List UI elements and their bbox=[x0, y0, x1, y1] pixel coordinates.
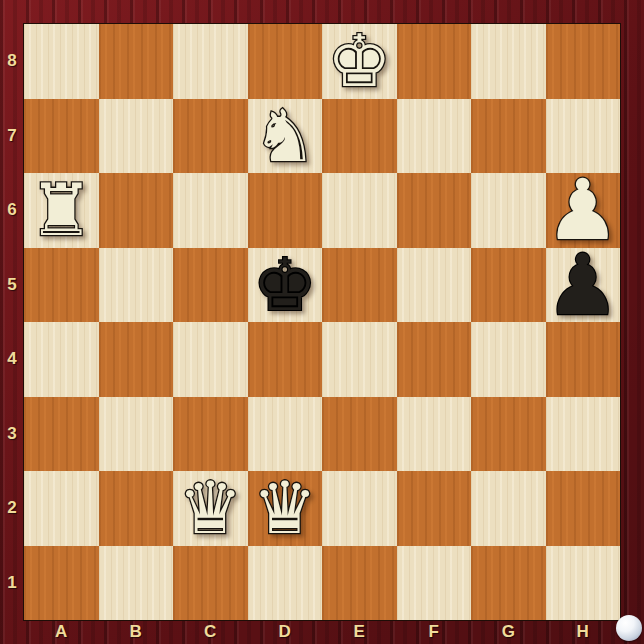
square-f7[interactable] bbox=[397, 99, 472, 174]
chess-board: ♚♞♜♟♚♟♛♛ bbox=[24, 24, 620, 620]
square-a6[interactable]: ♜ bbox=[24, 173, 99, 248]
square-g1[interactable] bbox=[471, 546, 546, 621]
square-h3[interactable] bbox=[546, 397, 621, 472]
square-b8[interactable] bbox=[99, 24, 174, 99]
piece-white-queen[interactable]: ♛ bbox=[178, 471, 243, 545]
board-frame: ♚♞♜♟♚♟♛♛ 87654321ABCDEFGH bbox=[0, 0, 644, 644]
square-d6[interactable] bbox=[248, 173, 323, 248]
square-a5[interactable] bbox=[24, 248, 99, 323]
file-label-g: G bbox=[471, 620, 546, 644]
square-h8[interactable] bbox=[546, 24, 621, 99]
square-b6[interactable] bbox=[99, 173, 174, 248]
file-label-c: C bbox=[173, 620, 248, 644]
square-c1[interactable] bbox=[173, 546, 248, 621]
square-g5[interactable] bbox=[471, 248, 546, 323]
square-b1[interactable] bbox=[99, 546, 174, 621]
file-label-d: D bbox=[248, 620, 323, 644]
piece-white-rook[interactable]: ♜ bbox=[29, 173, 94, 247]
square-h2[interactable] bbox=[546, 471, 621, 546]
rank-label-4: 4 bbox=[0, 322, 24, 397]
file-label-e: E bbox=[322, 620, 397, 644]
square-a4[interactable] bbox=[24, 322, 99, 397]
square-f8[interactable] bbox=[397, 24, 472, 99]
square-a3[interactable] bbox=[24, 397, 99, 472]
square-g8[interactable] bbox=[471, 24, 546, 99]
square-a1[interactable] bbox=[24, 546, 99, 621]
rank-label-5: 5 bbox=[0, 248, 24, 323]
rank-label-7: 7 bbox=[0, 99, 24, 174]
square-d4[interactable] bbox=[248, 322, 323, 397]
square-b5[interactable] bbox=[99, 248, 174, 323]
piece-white-queen[interactable]: ♛ bbox=[252, 471, 317, 545]
piece-white-knight[interactable]: ♞ bbox=[252, 99, 317, 173]
piece-black-pawn[interactable]: ♟ bbox=[545, 248, 620, 322]
square-b4[interactable] bbox=[99, 322, 174, 397]
square-f5[interactable] bbox=[397, 248, 472, 323]
square-g2[interactable] bbox=[471, 471, 546, 546]
rank-label-3: 3 bbox=[0, 397, 24, 472]
rank-label-2: 2 bbox=[0, 471, 24, 546]
square-f3[interactable] bbox=[397, 397, 472, 472]
square-g4[interactable] bbox=[471, 322, 546, 397]
square-d3[interactable] bbox=[248, 397, 323, 472]
square-g6[interactable] bbox=[471, 173, 546, 248]
square-e3[interactable] bbox=[322, 397, 397, 472]
square-b2[interactable] bbox=[99, 471, 174, 546]
square-g7[interactable] bbox=[471, 99, 546, 174]
square-f2[interactable] bbox=[397, 471, 472, 546]
square-d5[interactable]: ♚ bbox=[248, 248, 323, 323]
square-e4[interactable] bbox=[322, 322, 397, 397]
square-c5[interactable] bbox=[173, 248, 248, 323]
file-label-a: A bbox=[24, 620, 99, 644]
piece-white-king[interactable]: ♚ bbox=[327, 24, 392, 98]
square-a8[interactable] bbox=[24, 24, 99, 99]
rank-label-6: 6 bbox=[0, 173, 24, 248]
square-c2[interactable]: ♛ bbox=[173, 471, 248, 546]
square-h5[interactable]: ♟ bbox=[546, 248, 621, 323]
square-e2[interactable] bbox=[322, 471, 397, 546]
piece-black-king[interactable]: ♚ bbox=[252, 248, 317, 322]
square-g3[interactable] bbox=[471, 397, 546, 472]
square-b7[interactable] bbox=[99, 99, 174, 174]
square-e7[interactable] bbox=[322, 99, 397, 174]
file-label-b: B bbox=[99, 620, 174, 644]
rank-label-8: 8 bbox=[0, 24, 24, 99]
white-to-move-indicator-icon bbox=[616, 615, 642, 641]
square-d8[interactable] bbox=[248, 24, 323, 99]
square-c6[interactable] bbox=[173, 173, 248, 248]
square-e8[interactable]: ♚ bbox=[322, 24, 397, 99]
square-a2[interactable] bbox=[24, 471, 99, 546]
file-label-h: H bbox=[546, 620, 621, 644]
square-c7[interactable] bbox=[173, 99, 248, 174]
square-b3[interactable] bbox=[99, 397, 174, 472]
square-e5[interactable] bbox=[322, 248, 397, 323]
square-e1[interactable] bbox=[322, 546, 397, 621]
file-label-f: F bbox=[397, 620, 472, 644]
square-h1[interactable] bbox=[546, 546, 621, 621]
square-c8[interactable] bbox=[173, 24, 248, 99]
square-f6[interactable] bbox=[397, 173, 472, 248]
square-h4[interactable] bbox=[546, 322, 621, 397]
square-f4[interactable] bbox=[397, 322, 472, 397]
square-e6[interactable] bbox=[322, 173, 397, 248]
square-d2[interactable]: ♛ bbox=[248, 471, 323, 546]
square-c3[interactable] bbox=[173, 397, 248, 472]
square-d7[interactable]: ♞ bbox=[248, 99, 323, 174]
square-f1[interactable] bbox=[397, 546, 472, 621]
square-c4[interactable] bbox=[173, 322, 248, 397]
square-a7[interactable] bbox=[24, 99, 99, 174]
rank-label-1: 1 bbox=[0, 546, 24, 621]
square-d1[interactable] bbox=[248, 546, 323, 621]
